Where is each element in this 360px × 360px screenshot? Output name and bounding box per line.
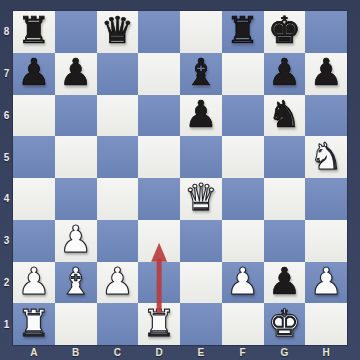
square-f1[interactable] bbox=[222, 303, 264, 345]
piece-black-queen-c8[interactable]: ♛ bbox=[101, 12, 134, 49]
file-label-b: B bbox=[55, 345, 97, 360]
piece-white-king-g1[interactable]: ♚ bbox=[268, 305, 301, 342]
square-h4[interactable] bbox=[305, 178, 347, 220]
piece-black-king-g8[interactable]: ♚ bbox=[268, 12, 301, 49]
square-f5[interactable] bbox=[222, 136, 264, 178]
square-d3[interactable] bbox=[138, 220, 180, 262]
rank-label-8: 8 bbox=[0, 11, 13, 53]
square-e3[interactable] bbox=[180, 220, 222, 262]
piece-white-pawn-f2[interactable]: ♟ bbox=[226, 263, 259, 300]
square-f3[interactable] bbox=[222, 220, 264, 262]
square-h1[interactable] bbox=[305, 303, 347, 345]
piece-white-rook-d1[interactable]: ♜ bbox=[143, 305, 176, 342]
square-g4[interactable] bbox=[264, 178, 306, 220]
rank-label-7: 7 bbox=[0, 53, 13, 95]
square-d2[interactable] bbox=[138, 262, 180, 304]
file-label-g: G bbox=[264, 345, 306, 360]
rank-label-4: 4 bbox=[0, 178, 13, 220]
piece-white-queen-e4[interactable]: ♛ bbox=[184, 179, 217, 216]
square-a4[interactable] bbox=[13, 178, 55, 220]
chess-board-frame: 87654321 ♜♛♜♚♟♟♝♟♟♟♞♞♛♟♟♝♟♟♟♟♜♜♚ ABCDEFG… bbox=[0, 0, 360, 360]
square-b5[interactable] bbox=[55, 136, 97, 178]
square-a2[interactable]: ♟ bbox=[13, 262, 55, 304]
square-a6[interactable] bbox=[13, 95, 55, 137]
square-e6[interactable]: ♟ bbox=[180, 95, 222, 137]
square-c5[interactable] bbox=[97, 136, 139, 178]
square-g7[interactable]: ♟ bbox=[264, 53, 306, 95]
square-e1[interactable] bbox=[180, 303, 222, 345]
rank-label-1: 1 bbox=[0, 303, 13, 345]
square-g2[interactable]: ♟ bbox=[264, 262, 306, 304]
square-a7[interactable]: ♟ bbox=[13, 53, 55, 95]
square-b8[interactable] bbox=[55, 11, 97, 53]
square-g5[interactable] bbox=[264, 136, 306, 178]
file-label-f: F bbox=[222, 345, 264, 360]
square-c7[interactable] bbox=[97, 53, 139, 95]
piece-black-pawn-g7[interactable]: ♟ bbox=[268, 54, 301, 91]
piece-black-pawn-h7[interactable]: ♟ bbox=[310, 54, 343, 91]
rank-labels: 87654321 bbox=[0, 11, 13, 345]
square-c1[interactable] bbox=[97, 303, 139, 345]
square-h5[interactable]: ♞ bbox=[305, 136, 347, 178]
rank-label-5: 5 bbox=[0, 136, 13, 178]
square-g6[interactable]: ♞ bbox=[264, 95, 306, 137]
square-b1[interactable] bbox=[55, 303, 97, 345]
square-c8[interactable]: ♛ bbox=[97, 11, 139, 53]
square-c3[interactable] bbox=[97, 220, 139, 262]
file-label-d: D bbox=[138, 345, 180, 360]
piece-white-pawn-a2[interactable]: ♟ bbox=[17, 263, 50, 300]
square-h8[interactable] bbox=[305, 11, 347, 53]
piece-white-pawn-b3[interactable]: ♟ bbox=[59, 221, 92, 258]
square-f4[interactable] bbox=[222, 178, 264, 220]
square-a8[interactable]: ♜ bbox=[13, 11, 55, 53]
piece-white-knight-h5[interactable]: ♞ bbox=[310, 138, 343, 175]
square-f2[interactable]: ♟ bbox=[222, 262, 264, 304]
piece-black-pawn-a7[interactable]: ♟ bbox=[17, 54, 50, 91]
square-a3[interactable] bbox=[13, 220, 55, 262]
square-e7[interactable]: ♝ bbox=[180, 53, 222, 95]
piece-black-pawn-g2[interactable]: ♟ bbox=[268, 263, 301, 300]
square-h3[interactable] bbox=[305, 220, 347, 262]
square-e8[interactable] bbox=[180, 11, 222, 53]
square-f7[interactable] bbox=[222, 53, 264, 95]
square-b6[interactable] bbox=[55, 95, 97, 137]
square-d8[interactable] bbox=[138, 11, 180, 53]
piece-black-rook-a8[interactable]: ♜ bbox=[17, 12, 50, 49]
piece-white-pawn-h2[interactable]: ♟ bbox=[310, 263, 343, 300]
rank-label-6: 6 bbox=[0, 95, 13, 137]
square-a1[interactable]: ♜ bbox=[13, 303, 55, 345]
square-f8[interactable]: ♜ bbox=[222, 11, 264, 53]
piece-black-rook-f8[interactable]: ♜ bbox=[226, 12, 259, 49]
piece-white-rook-a1[interactable]: ♜ bbox=[17, 305, 50, 342]
file-label-e: E bbox=[180, 345, 222, 360]
square-b3[interactable]: ♟ bbox=[55, 220, 97, 262]
piece-black-pawn-e6[interactable]: ♟ bbox=[184, 96, 217, 133]
rank-label-2: 2 bbox=[0, 262, 13, 304]
square-b4[interactable] bbox=[55, 178, 97, 220]
square-f6[interactable] bbox=[222, 95, 264, 137]
square-g3[interactable] bbox=[264, 220, 306, 262]
square-e2[interactable] bbox=[180, 262, 222, 304]
square-a5[interactable] bbox=[13, 136, 55, 178]
square-b2[interactable]: ♝ bbox=[55, 262, 97, 304]
square-g8[interactable]: ♚ bbox=[264, 11, 306, 53]
piece-white-bishop-b2[interactable]: ♝ bbox=[59, 263, 92, 300]
piece-white-pawn-c2[interactable]: ♟ bbox=[101, 263, 134, 300]
file-label-a: A bbox=[13, 345, 55, 360]
square-c6[interactable] bbox=[97, 95, 139, 137]
file-label-c: C bbox=[97, 345, 139, 360]
square-c4[interactable] bbox=[97, 178, 139, 220]
piece-black-pawn-b7[interactable]: ♟ bbox=[59, 54, 92, 91]
piece-black-bishop-e7[interactable]: ♝ bbox=[184, 54, 217, 91]
rank-label-3: 3 bbox=[0, 220, 13, 262]
square-d5[interactable] bbox=[138, 136, 180, 178]
square-g1[interactable]: ♚ bbox=[264, 303, 306, 345]
chess-board[interactable]: ♜♛♜♚♟♟♝♟♟♟♞♞♛♟♟♝♟♟♟♟♜♜♚ bbox=[13, 11, 347, 345]
file-label-h: H bbox=[305, 345, 347, 360]
square-d4[interactable] bbox=[138, 178, 180, 220]
square-d1[interactable]: ♜ bbox=[138, 303, 180, 345]
square-d7[interactable] bbox=[138, 53, 180, 95]
square-e5[interactable] bbox=[180, 136, 222, 178]
square-b7[interactable]: ♟ bbox=[55, 53, 97, 95]
square-h6[interactable] bbox=[305, 95, 347, 137]
square-c2[interactable]: ♟ bbox=[97, 262, 139, 304]
square-e4[interactable]: ♛ bbox=[180, 178, 222, 220]
square-h7[interactable]: ♟ bbox=[305, 53, 347, 95]
square-h2[interactable]: ♟ bbox=[305, 262, 347, 304]
piece-black-knight-g6[interactable]: ♞ bbox=[268, 96, 301, 133]
file-labels: ABCDEFGH bbox=[13, 345, 347, 360]
square-d6[interactable] bbox=[138, 95, 180, 137]
